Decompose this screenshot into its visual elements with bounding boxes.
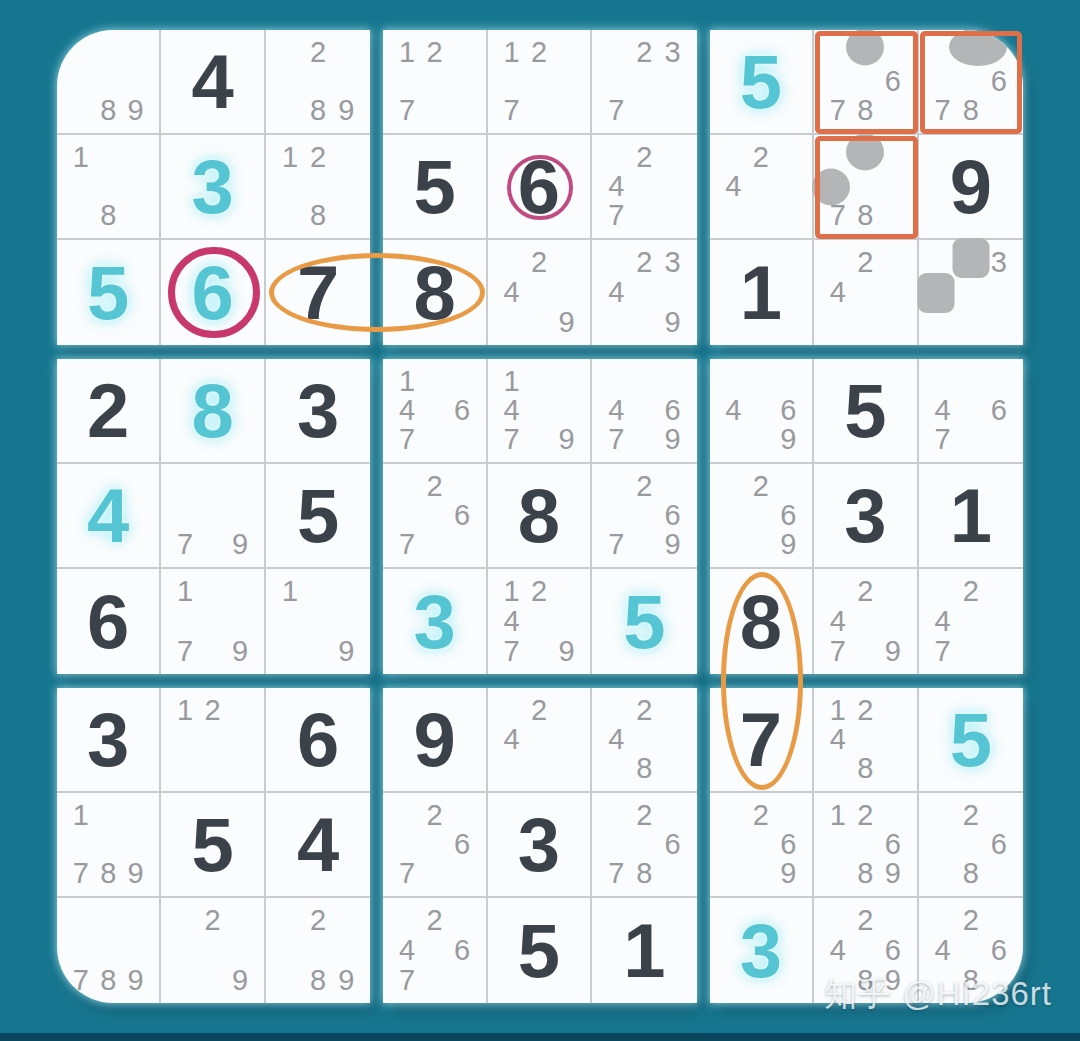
candidate-1 [720, 143, 747, 172]
candidate-2 [94, 906, 121, 936]
cell-r3c9[interactable]: 3 [919, 240, 1023, 345]
box-5: 146714794679267826793124795 [383, 359, 696, 674]
candidate-2: 2 [304, 38, 332, 67]
cell-r7c8[interactable]: 1248 [814, 688, 918, 793]
candidate-8 [630, 530, 658, 559]
candidate-6: 6 [448, 396, 475, 425]
candidate-9: 9 [122, 96, 149, 125]
pencil-marks: 1479 [488, 359, 590, 462]
cell-r6c8[interactable]: 2479 [814, 569, 918, 674]
candidate-9: 9 [879, 636, 906, 666]
candidate-1 [393, 801, 420, 830]
pencil-marks: 248 [592, 688, 696, 791]
candidate-3 [775, 472, 802, 501]
candidate-3 [879, 801, 906, 830]
candidate-1 [602, 248, 630, 278]
candidate-3 [332, 577, 360, 607]
candidate-4 [67, 172, 94, 201]
solved-digit: 5 [623, 584, 665, 660]
candidate-9: 9 [122, 965, 149, 995]
box-7: 312617895478929289 [57, 688, 370, 1003]
cell-r9c3[interactable]: 289 [266, 898, 370, 1003]
candidate-3 [226, 696, 253, 725]
candidate-5 [957, 396, 985, 425]
candidate-1 [67, 906, 94, 936]
cell-r2c2[interactable]: 3 [161, 135, 265, 240]
candidate-6 [122, 67, 149, 96]
candidate-4: 4 [720, 172, 747, 201]
eraser-blob [812, 168, 850, 205]
solved-digit: 5 [87, 255, 129, 331]
candidate-1 [824, 577, 851, 607]
cell-r3c3[interactable]: 7 [266, 240, 370, 345]
candidate-2: 2 [957, 577, 985, 607]
cell-r4c3[interactable]: 3 [266, 359, 370, 464]
candidate-9 [553, 96, 580, 125]
pencil-marks: 4679 [592, 359, 696, 462]
cell-r9c6[interactable]: 1 [592, 898, 696, 1003]
pencil-marks: 1248 [814, 688, 916, 791]
candidate-9: 9 [553, 425, 580, 454]
candidate-4: 4 [602, 278, 630, 308]
eraser-blob [949, 30, 1007, 66]
candidate-8: 8 [957, 859, 985, 888]
candidate-4 [276, 67, 304, 96]
cell-r2c6[interactable]: 247 [592, 135, 696, 240]
candidate-9 [659, 201, 687, 230]
cell-r4c5[interactable]: 1479 [488, 359, 592, 464]
candidate-2 [957, 367, 985, 396]
candidate-8 [957, 425, 985, 454]
candidate-6: 6 [985, 67, 1013, 96]
candidate-5 [957, 607, 985, 637]
candidate-4 [67, 936, 94, 966]
pencil-marks: 2678 [592, 793, 696, 896]
candidate-6: 6 [659, 396, 687, 425]
pencil-marks: 2349 [592, 240, 696, 345]
cell-r1c3[interactable]: 289 [266, 30, 370, 135]
cell-r6c7[interactable]: 8 [710, 569, 814, 674]
candidate-7 [67, 201, 94, 230]
cell-r9c1[interactable]: 789 [57, 898, 161, 1003]
cell-r4c7[interactable]: 469 [710, 359, 814, 464]
candidate-7: 7 [171, 636, 198, 666]
cell-r8c1[interactable]: 1789 [57, 793, 161, 898]
solved-digit: 4 [192, 44, 234, 120]
cell-r2c5[interactable]: 6 [488, 135, 592, 240]
cell-r8c4[interactable]: 267 [383, 793, 487, 898]
candidate-6 [448, 67, 475, 96]
candidate-4 [276, 607, 304, 637]
cell-r1c2[interactable]: 4 [161, 30, 265, 135]
candidate-3 [985, 801, 1013, 830]
candidate-4 [602, 501, 630, 530]
candidate-2: 2 [747, 143, 774, 172]
candidate-2 [525, 367, 552, 396]
cell-r4c9[interactable]: 467 [919, 359, 1023, 464]
cell-r4c1[interactable]: 2 [57, 359, 161, 464]
cell-r1c7[interactable]: 5 [710, 30, 814, 135]
candidate-4: 4 [929, 396, 957, 425]
candidate-3 [775, 367, 802, 396]
candidate-8: 8 [852, 754, 879, 783]
cell-r2c8[interactable]: 78 [814, 135, 918, 240]
pencil-marks: 29 [161, 898, 263, 1003]
candidate-2 [199, 577, 226, 607]
solved-digit: 5 [950, 702, 992, 778]
candidate-5 [94, 172, 121, 201]
candidate-4 [67, 67, 94, 96]
candidate-6: 6 [448, 501, 475, 530]
pencil-marks: 289 [266, 898, 370, 1003]
cell-r6c2[interactable]: 179 [161, 569, 265, 674]
candidate-4: 4 [393, 396, 420, 425]
candidate-3 [122, 38, 149, 67]
cell-r6c1[interactable]: 6 [57, 569, 161, 674]
candidate-4 [720, 830, 747, 859]
candidate-4 [602, 67, 630, 96]
candidate-4: 4 [602, 396, 630, 425]
candidate-5 [630, 830, 658, 859]
candidate-9 [775, 201, 802, 230]
solved-digit: 5 [844, 373, 886, 449]
cell-r7c3[interactable]: 6 [266, 688, 370, 793]
cell-r3c2[interactable]: 6 [161, 240, 265, 345]
candidate-6 [553, 396, 580, 425]
candidate-5 [630, 396, 658, 425]
candidate-2: 2 [747, 801, 774, 830]
candidate-1 [720, 801, 747, 830]
candidate-8: 8 [852, 96, 879, 125]
candidate-3 [879, 577, 906, 607]
candidate-7: 7 [393, 425, 420, 454]
candidate-7 [498, 754, 525, 783]
cell-r4c8[interactable]: 5 [814, 359, 918, 464]
candidate-9: 9 [122, 859, 149, 888]
candidate-5 [630, 501, 658, 530]
candidate-7 [824, 859, 851, 888]
candidate-5 [747, 396, 774, 425]
candidate-8 [421, 859, 448, 888]
candidate-6: 6 [775, 396, 802, 425]
candidate-7 [602, 307, 630, 337]
candidate-5 [852, 67, 879, 96]
pencil-marks: 24 [488, 688, 590, 791]
pencil-marks: 469 [710, 359, 812, 462]
cell-r5c7[interactable]: 269 [710, 464, 814, 569]
solved-digit: 5 [297, 478, 339, 554]
cell-r3c8[interactable]: 24 [814, 240, 918, 345]
candidate-6 [332, 936, 360, 966]
candidate-2: 2 [852, 577, 879, 607]
cell-r5c8[interactable]: 3 [814, 464, 918, 569]
cell-r1c4[interactable]: 127 [383, 30, 487, 135]
cell-r3c4[interactable]: 8 [383, 240, 487, 345]
candidate-1 [393, 906, 420, 936]
cell-r8c8[interactable]: 12689 [814, 793, 918, 898]
candidate-4 [720, 501, 747, 530]
eraser-blob [846, 134, 884, 171]
cell-r6c9[interactable]: 247 [919, 569, 1023, 674]
candidate-2 [94, 801, 121, 830]
cell-r2c9[interactable]: 9 [919, 135, 1023, 240]
cell-r6c4[interactable]: 3 [383, 569, 487, 674]
candidate-3 [879, 248, 906, 278]
candidate-1 [720, 472, 747, 501]
candidate-6: 6 [775, 501, 802, 530]
cell-r5c9[interactable]: 1 [919, 464, 1023, 569]
cell-r5c4[interactable]: 267 [383, 464, 487, 569]
candidate-8 [525, 636, 552, 666]
pencil-marks: 2479 [814, 569, 916, 674]
pencil-marks: 249 [488, 240, 590, 345]
candidate-5 [747, 501, 774, 530]
candidate-2: 2 [304, 143, 332, 172]
cell-r4c2[interactable]: 8 [161, 359, 265, 464]
candidate-1 [393, 472, 420, 501]
candidate-3 [448, 367, 475, 396]
candidate-8 [525, 754, 552, 783]
candidate-7: 7 [498, 425, 525, 454]
candidate-9 [122, 201, 149, 230]
bottom-edge-strip [0, 1033, 1080, 1041]
solved-digit: 3 [844, 478, 886, 554]
candidate-7: 7 [393, 859, 420, 888]
pencil-marks: 12689 [814, 793, 916, 896]
candidate-6 [122, 936, 149, 966]
box-4: 2834795617919 [57, 359, 370, 674]
cell-r7c7[interactable]: 7 [710, 688, 814, 793]
pencil-marks: 247 [592, 135, 696, 238]
candidate-4: 4 [824, 725, 851, 754]
candidate-8 [957, 307, 985, 337]
cell-r5c5[interactable]: 8 [488, 464, 592, 569]
candidate-7: 7 [824, 636, 851, 666]
candidate-4 [498, 67, 525, 96]
candidate-2 [630, 367, 658, 396]
candidate-1 [602, 38, 630, 67]
candidate-6: 6 [659, 830, 687, 859]
cell-r7c2[interactable]: 12 [161, 688, 265, 793]
cell-r9c4[interactable]: 2467 [383, 898, 487, 1003]
candidate-7 [720, 201, 747, 230]
candidate-1 [720, 367, 747, 396]
candidate-9: 9 [332, 96, 360, 125]
candidate-2: 2 [199, 696, 226, 725]
candidate-3 [122, 906, 149, 936]
candidate-5 [94, 67, 121, 96]
cell-r8c2[interactable]: 5 [161, 793, 265, 898]
candidate-5 [747, 172, 774, 201]
pencil-marks: 24 [710, 135, 812, 238]
candidate-6 [879, 725, 906, 754]
candidate-1 [276, 38, 304, 67]
cell-r1c8[interactable]: 678 [814, 30, 918, 135]
candidate-7 [276, 96, 304, 125]
candidate-4: 4 [824, 278, 851, 308]
candidate-9 [659, 859, 687, 888]
candidate-6 [553, 607, 580, 637]
cell-r3c7[interactable]: 1 [710, 240, 814, 345]
cell-r7c4[interactable]: 9 [383, 688, 487, 793]
candidate-9: 9 [659, 307, 687, 337]
candidate-5 [957, 936, 985, 966]
pencil-marks: 269 [710, 464, 812, 567]
candidate-5 [199, 607, 226, 637]
candidate-9 [659, 96, 687, 125]
candidate-1: 1 [498, 367, 525, 396]
solved-digit: 5 [192, 807, 234, 883]
candidate-5 [525, 607, 552, 637]
candidate-1 [67, 38, 94, 67]
cell-r1c5[interactable]: 127 [488, 30, 592, 135]
candidate-5 [630, 172, 658, 201]
box-8: 92424826732678246751 [383, 688, 696, 1003]
cell-r8c9[interactable]: 268 [919, 793, 1023, 898]
candidate-9: 9 [226, 530, 253, 559]
solved-digit: 7 [297, 255, 339, 331]
candidate-5 [199, 501, 226, 530]
candidate-2 [94, 143, 121, 172]
candidate-6: 6 [659, 501, 687, 530]
cell-r7c1[interactable]: 3 [57, 688, 161, 793]
cell-r2c3[interactable]: 128 [266, 135, 370, 240]
cell-r6c6[interactable]: 5 [592, 569, 696, 674]
candidate-8 [525, 307, 552, 337]
cell-r4c6[interactable]: 4679 [592, 359, 696, 464]
cell-r9c7[interactable]: 3 [710, 898, 814, 1003]
candidate-5 [525, 278, 552, 308]
candidate-7 [171, 754, 198, 783]
cell-r5c1[interactable]: 4 [57, 464, 161, 569]
solved-digit: 6 [192, 255, 234, 331]
candidate-7: 7 [67, 965, 94, 995]
candidate-3 [775, 143, 802, 172]
candidate-8 [421, 96, 448, 125]
candidate-7 [276, 201, 304, 230]
candidate-8 [630, 201, 658, 230]
candidate-2 [421, 367, 448, 396]
candidate-4 [67, 830, 94, 859]
candidate-3 [332, 906, 360, 936]
solved-digit: 6 [297, 702, 339, 778]
candidate-5 [421, 396, 448, 425]
box-9: 712485269126892683246892468 [710, 688, 1023, 1003]
candidate-3 [879, 696, 906, 725]
cell-r2c1[interactable]: 18 [57, 135, 161, 240]
cell-r5c6[interactable]: 2679 [592, 464, 696, 569]
candidate-3 [659, 696, 687, 725]
candidate-8 [747, 425, 774, 454]
candidate-3 [448, 906, 475, 936]
candidate-9: 9 [332, 636, 360, 666]
cell-r3c6[interactable]: 2349 [592, 240, 696, 345]
candidate-3 [553, 38, 580, 67]
candidate-2: 2 [852, 906, 879, 936]
cell-r1c9[interactable]: 678 [919, 30, 1023, 135]
cell-r7c5[interactable]: 24 [488, 688, 592, 793]
cell-r6c3[interactable]: 19 [266, 569, 370, 674]
pencil-marks: 12 [161, 688, 263, 791]
candidate-3 [553, 577, 580, 607]
candidate-5 [525, 396, 552, 425]
cell-r4c4[interactable]: 1467 [383, 359, 487, 464]
cell-r7c9[interactable]: 5 [919, 688, 1023, 793]
candidate-5 [421, 67, 448, 96]
candidate-5 [304, 67, 332, 96]
candidate-4 [824, 67, 851, 96]
candidate-2: 2 [852, 801, 879, 830]
candidate-6 [879, 607, 906, 637]
candidate-2: 2 [525, 38, 552, 67]
candidate-4 [824, 830, 851, 859]
candidate-2: 2 [630, 472, 658, 501]
candidate-7: 7 [929, 636, 957, 666]
candidate-1 [929, 577, 957, 607]
box-6: 46954672693182479247 [710, 359, 1023, 674]
candidate-4: 4 [393, 936, 420, 966]
cell-r8c5[interactable]: 3 [488, 793, 592, 898]
candidate-3 [226, 577, 253, 607]
candidate-4: 4 [602, 172, 630, 201]
cell-r1c1[interactable]: 89 [57, 30, 161, 135]
candidate-8: 8 [957, 96, 985, 125]
candidate-5 [852, 830, 879, 859]
cell-r5c3[interactable]: 5 [266, 464, 370, 569]
cell-r1c6[interactable]: 237 [592, 30, 696, 135]
candidate-8 [630, 425, 658, 454]
cell-r2c4[interactable]: 5 [383, 135, 487, 240]
candidate-3 [448, 38, 475, 67]
solved-digit: 6 [518, 149, 560, 225]
pencil-marks: 127 [383, 30, 485, 133]
candidate-8 [199, 754, 226, 783]
cell-r8c7[interactable]: 269 [710, 793, 814, 898]
cell-r9c5[interactable]: 5 [488, 898, 592, 1003]
cell-r2c7[interactable]: 24 [710, 135, 814, 240]
candidate-6 [553, 67, 580, 96]
candidate-1 [929, 367, 957, 396]
pencil-marks: 18 [57, 135, 159, 238]
cell-r3c1[interactable]: 5 [57, 240, 161, 345]
candidate-9: 9 [226, 965, 253, 995]
candidate-6 [879, 278, 906, 308]
cell-r7c6[interactable]: 248 [592, 688, 696, 793]
candidate-7 [276, 636, 304, 666]
candidate-1: 1 [276, 577, 304, 607]
candidate-6 [553, 725, 580, 754]
candidate-3 [553, 248, 580, 278]
candidate-4 [276, 172, 304, 201]
candidate-8: 8 [630, 859, 658, 888]
candidate-7 [602, 754, 630, 783]
pencil-marks: 128 [266, 135, 370, 238]
solved-digit: 1 [623, 913, 665, 989]
candidate-2: 2 [852, 696, 879, 725]
candidate-8 [421, 425, 448, 454]
candidate-5 [304, 936, 332, 966]
candidate-2: 2 [421, 38, 448, 67]
cell-r9c2[interactable]: 29 [161, 898, 265, 1003]
solved-digit: 1 [740, 255, 782, 331]
candidate-8 [304, 636, 332, 666]
cell-r6c5[interactable]: 12479 [488, 569, 592, 674]
cell-r8c3[interactable]: 4 [266, 793, 370, 898]
cell-r3c5[interactable]: 249 [488, 240, 592, 345]
cell-r8c6[interactable]: 2678 [592, 793, 696, 898]
candidate-9 [985, 425, 1013, 454]
cell-r5c2[interactable]: 79 [161, 464, 265, 569]
